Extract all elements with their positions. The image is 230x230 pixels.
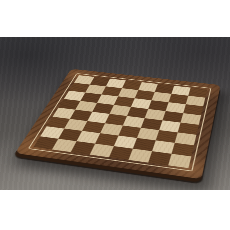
- board-grid: [34, 75, 208, 168]
- board-frame: [28, 73, 211, 171]
- chess-board: [15, 69, 221, 179]
- product-photo: [0, 37, 230, 190]
- product-page: [0, 0, 230, 230]
- square-h1: [168, 154, 191, 168]
